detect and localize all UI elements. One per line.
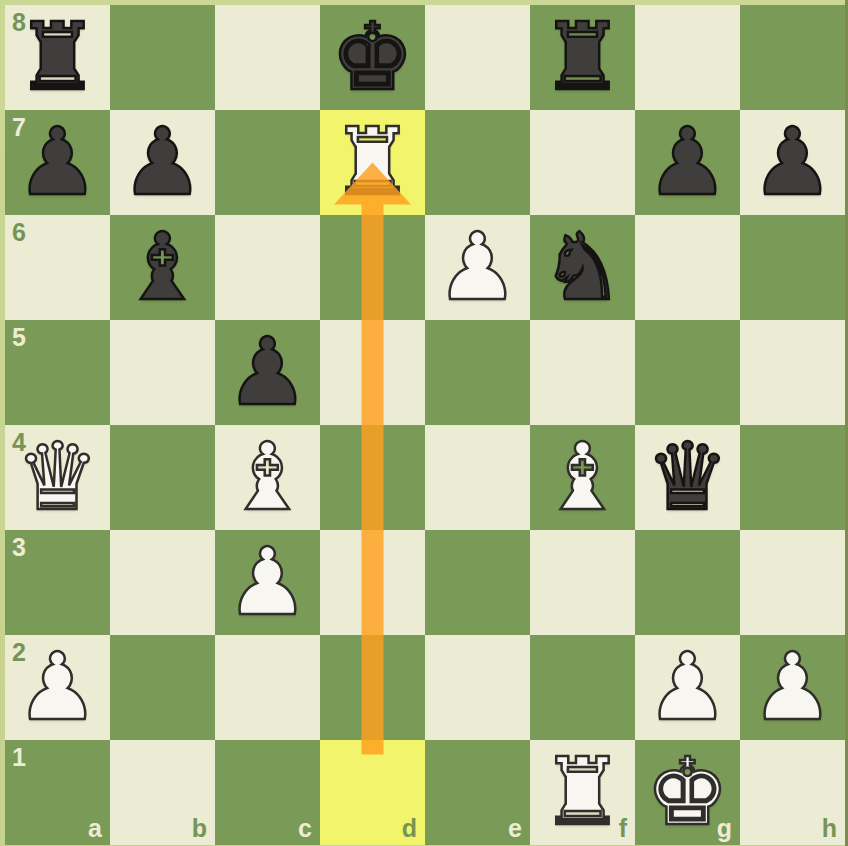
square-f4[interactable]: ♝	[530, 425, 635, 530]
square-e2[interactable]	[425, 635, 530, 740]
rank-label-1: 1	[12, 743, 26, 772]
piece-white-bishop-c4[interactable]: ♝	[215, 425, 320, 530]
square-a7[interactable]: 7♟	[5, 110, 110, 215]
rank-label-6: 6	[12, 218, 26, 247]
piece-white-bishop-f4[interactable]: ♝	[530, 425, 635, 530]
square-e8[interactable]	[425, 5, 530, 110]
square-b2[interactable]	[110, 635, 215, 740]
square-a4[interactable]: 4♛	[5, 425, 110, 530]
rank-label-3: 3	[12, 533, 26, 562]
piece-black-rook-a8[interactable]: ♜	[5, 5, 110, 110]
square-g2[interactable]: ♟	[635, 635, 740, 740]
square-d6[interactable]	[320, 215, 425, 320]
piece-black-pawn-g7[interactable]: ♟	[635, 110, 740, 215]
file-label-d: d	[402, 814, 417, 843]
square-b4[interactable]	[110, 425, 215, 530]
piece-white-pawn-e6[interactable]: ♟	[425, 215, 530, 320]
piece-black-pawn-c5[interactable]: ♟	[215, 320, 320, 425]
square-b6[interactable]: ♝	[110, 215, 215, 320]
rank-label-5: 5	[12, 323, 26, 352]
square-b3[interactable]	[110, 530, 215, 635]
square-g1[interactable]: g♚	[635, 740, 740, 845]
square-h6[interactable]	[740, 215, 845, 320]
square-f2[interactable]	[530, 635, 635, 740]
square-d1[interactable]: d	[320, 740, 425, 845]
piece-white-pawn-h2[interactable]: ♟	[740, 635, 845, 740]
square-e5[interactable]	[425, 320, 530, 425]
square-a3[interactable]: 3	[5, 530, 110, 635]
square-h8[interactable]	[740, 5, 845, 110]
square-h2[interactable]: ♟	[740, 635, 845, 740]
square-h4[interactable]	[740, 425, 845, 530]
square-d8[interactable]: ♚	[320, 5, 425, 110]
square-a8[interactable]: 8♜	[5, 5, 110, 110]
piece-black-rook-f8[interactable]: ♜	[530, 5, 635, 110]
square-f6[interactable]: ♞	[530, 215, 635, 320]
file-label-h: h	[822, 814, 837, 843]
square-g3[interactable]	[635, 530, 740, 635]
square-e1[interactable]: e	[425, 740, 530, 845]
piece-white-queen-a4[interactable]: ♛	[5, 425, 110, 530]
square-f7[interactable]	[530, 110, 635, 215]
square-c2[interactable]	[215, 635, 320, 740]
square-d7[interactable]: ♜	[320, 110, 425, 215]
board-frame: 8♜♚♜7♟♟♜♟♟6♝♟♞5♟4♛♝♝♛3♟2♟♟♟1abcdef♜g♚h	[0, 0, 848, 846]
square-d4[interactable]	[320, 425, 425, 530]
square-c5[interactable]: ♟	[215, 320, 320, 425]
square-b7[interactable]: ♟	[110, 110, 215, 215]
square-f8[interactable]: ♜	[530, 5, 635, 110]
piece-black-pawn-a7[interactable]: ♟	[5, 110, 110, 215]
piece-white-rook-d7[interactable]: ♜	[320, 110, 425, 215]
square-g4[interactable]: ♛	[635, 425, 740, 530]
square-b1[interactable]: b	[110, 740, 215, 845]
square-e4[interactable]	[425, 425, 530, 530]
square-g6[interactable]	[635, 215, 740, 320]
piece-black-queen-g4[interactable]: ♛	[635, 425, 740, 530]
square-a2[interactable]: 2♟	[5, 635, 110, 740]
piece-white-pawn-g2[interactable]: ♟	[635, 635, 740, 740]
square-c8[interactable]	[215, 5, 320, 110]
square-g8[interactable]	[635, 5, 740, 110]
square-a1[interactable]: 1a	[5, 740, 110, 845]
piece-white-king-g1[interactable]: ♚	[635, 740, 740, 845]
square-b8[interactable]	[110, 5, 215, 110]
square-c3[interactable]: ♟	[215, 530, 320, 635]
piece-black-knight-f6[interactable]: ♞	[530, 215, 635, 320]
piece-black-pawn-b7[interactable]: ♟	[110, 110, 215, 215]
square-e3[interactable]	[425, 530, 530, 635]
square-d3[interactable]	[320, 530, 425, 635]
piece-black-pawn-h7[interactable]: ♟	[740, 110, 845, 215]
file-label-b: b	[192, 814, 207, 843]
piece-black-king-d8[interactable]: ♚	[320, 5, 425, 110]
square-h1[interactable]: h	[740, 740, 845, 845]
square-f5[interactable]	[530, 320, 635, 425]
square-c1[interactable]: c	[215, 740, 320, 845]
square-a5[interactable]: 5	[5, 320, 110, 425]
square-d2[interactable]	[320, 635, 425, 740]
square-f3[interactable]	[530, 530, 635, 635]
square-h7[interactable]: ♟	[740, 110, 845, 215]
square-e6[interactable]: ♟	[425, 215, 530, 320]
square-c4[interactable]: ♝	[215, 425, 320, 530]
square-e7[interactable]	[425, 110, 530, 215]
square-h3[interactable]	[740, 530, 845, 635]
square-g7[interactable]: ♟	[635, 110, 740, 215]
file-label-c: c	[298, 814, 312, 843]
square-f1[interactable]: f♜	[530, 740, 635, 845]
square-g5[interactable]	[635, 320, 740, 425]
square-a6[interactable]: 6	[5, 215, 110, 320]
chess-board: 8♜♚♜7♟♟♜♟♟6♝♟♞5♟4♛♝♝♛3♟2♟♟♟1abcdef♜g♚h	[5, 5, 845, 845]
piece-white-rook-f1[interactable]: ♜	[530, 740, 635, 845]
square-b5[interactable]	[110, 320, 215, 425]
square-h5[interactable]	[740, 320, 845, 425]
file-label-e: e	[508, 814, 522, 843]
piece-black-bishop-b6[interactable]: ♝	[110, 215, 215, 320]
square-d5[interactable]	[320, 320, 425, 425]
file-label-a: a	[88, 814, 102, 843]
piece-white-pawn-c3[interactable]: ♟	[215, 530, 320, 635]
square-c7[interactable]	[215, 110, 320, 215]
square-c6[interactable]	[215, 215, 320, 320]
piece-white-pawn-a2[interactable]: ♟	[5, 635, 110, 740]
